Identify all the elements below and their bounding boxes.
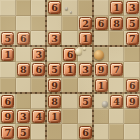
cell-r5c3[interactable]: 6 <box>31 62 47 78</box>
cell-r3c3[interactable] <box>31 31 47 47</box>
cell-r2c1[interactable] <box>0 16 16 32</box>
cell-r3c2[interactable]: 6 <box>16 31 32 47</box>
cell-r5c4[interactable]: 5 <box>47 62 63 78</box>
cell-r9c4[interactable] <box>47 124 63 140</box>
cell-r8c2[interactable]: 3 <box>16 109 32 125</box>
cell-r5c9[interactable] <box>124 62 140 78</box>
number-tile-3-r4c3[interactable]: 3 <box>32 48 45 61</box>
marble-gold-decoration <box>94 50 104 60</box>
number-tile-5-r3c1[interactable]: 5 <box>1 32 14 45</box>
cell-r6c6[interactable] <box>78 78 94 94</box>
cell-r3c9[interactable]: 7 <box>124 31 140 47</box>
number-tile-9-r8c1[interactable]: 9 <box>1 110 14 123</box>
cell-r8c5[interactable] <box>62 109 78 125</box>
cell-r6c4[interactable]: 9 <box>47 78 63 94</box>
number-tile-2-r2c6[interactable]: 2 <box>79 17 92 30</box>
cell-r1c4[interactable]: 6 <box>47 0 63 16</box>
cell-r8c9[interactable] <box>124 109 140 125</box>
cell-r1c8[interactable]: 1 <box>109 0 125 16</box>
number-tile-6-r7c1[interactable]: 6 <box>1 95 14 108</box>
cell-r6c7[interactable]: 1 <box>93 78 109 94</box>
cell-r5c6[interactable]: 3 <box>78 62 94 78</box>
number-tile-8-r5c2[interactable]: 8 <box>17 63 30 76</box>
cell-r2c2[interactable] <box>16 16 32 32</box>
number-tile-6-r3c2[interactable]: 6 <box>17 32 30 45</box>
cell-r5c8[interactable]: 7 <box>109 62 125 78</box>
cell-r9c2[interactable]: 5 <box>16 124 32 140</box>
cell-r2c9[interactable]: 5 <box>124 16 140 32</box>
cell-r3c4[interactable]: 3 <box>47 31 63 47</box>
number-tile-7-r9c1[interactable]: 7 <box>1 126 14 139</box>
number-tile-1-r5c5[interactable]: 1 <box>63 63 76 76</box>
cell-r9c3[interactable] <box>31 124 47 140</box>
cell-r7c4[interactable]: 8 <box>47 93 63 109</box>
cell-r1c6[interactable] <box>78 0 94 16</box>
cell-r5c1[interactable] <box>0 62 16 78</box>
cell-r9c5[interactable] <box>62 124 78 140</box>
number-tile-6-r5c3[interactable]: 6 <box>32 63 45 76</box>
cell-r2c5[interactable] <box>62 16 78 32</box>
cell-r7c8[interactable]: 4 <box>109 93 125 109</box>
cell-r7c1[interactable]: 6 <box>0 93 16 109</box>
number-tile-3-r8c2[interactable]: 3 <box>17 110 30 123</box>
cell-r8c3[interactable]: 4 <box>31 109 47 125</box>
cell-r9c7[interactable] <box>93 124 109 140</box>
cell-r8c6[interactable] <box>78 109 94 125</box>
number-tile-3-r5c6[interactable]: 3 <box>79 63 92 76</box>
cell-r2c8[interactable]: 8 <box>109 16 125 32</box>
number-tile-3-r3c4[interactable]: 3 <box>48 32 61 45</box>
cell-r2c4[interactable] <box>47 16 63 32</box>
number-tile-5-r7c6[interactable]: 5 <box>79 95 92 108</box>
cell-r2c3[interactable] <box>31 16 47 32</box>
cell-r7c6[interactable]: 5 <box>78 93 94 109</box>
cell-r1c7[interactable] <box>93 0 109 16</box>
cell-r6c3[interactable] <box>31 78 47 94</box>
cell-r8c1[interactable]: 9 <box>0 109 16 125</box>
cell-r1c1[interactable] <box>0 0 16 16</box>
pebble-tiny-1-decoration <box>65 7 68 10</box>
cell-r9c8[interactable] <box>109 124 125 140</box>
cell-r2c7[interactable]: 6 <box>93 16 109 32</box>
number-tile-9-r7c9[interactable]: 9 <box>126 95 139 108</box>
cell-r5c7[interactable]: 9 <box>93 62 109 78</box>
number-tile-1-r6c7[interactable]: 1 <box>95 79 108 92</box>
cell-r4c4[interactable] <box>47 47 63 63</box>
cell-r2c6[interactable]: 2 <box>78 16 94 32</box>
cell-r1c9[interactable]: 3 <box>124 0 140 16</box>
cell-r1c2[interactable] <box>16 0 32 16</box>
dot-pale-decoration <box>83 47 86 50</box>
cell-r4c3[interactable]: 3 <box>31 47 47 63</box>
number-tile-8-r7c4[interactable]: 8 <box>48 95 61 108</box>
cell-r5c2[interactable]: 8 <box>16 62 32 78</box>
number-tile-6-r2c7[interactable]: 6 <box>95 17 108 30</box>
cell-r9c1[interactable]: 7 <box>0 124 16 140</box>
number-tile-7-r3c9[interactable]: 7 <box>126 32 139 45</box>
cell-r8c8[interactable] <box>109 109 125 125</box>
number-tile-1-r4c1[interactable]: 1 <box>1 48 14 61</box>
cell-r3c7[interactable] <box>93 31 109 47</box>
cell-r4c9[interactable] <box>124 47 140 63</box>
number-tile-1-r8c4[interactable]: 1 <box>48 110 61 123</box>
cell-r3c5[interactable] <box>62 31 78 47</box>
number-tile-6-r9c6[interactable]: 6 <box>79 126 92 139</box>
cell-r7c3[interactable] <box>31 93 47 109</box>
cell-r9c9[interactable] <box>124 124 140 140</box>
cell-r7c5[interactable] <box>62 93 78 109</box>
cell-r3c6[interactable]: 1 <box>78 31 94 47</box>
number-tile-9-r6c4[interactable]: 9 <box>48 79 61 92</box>
cell-r4c1[interactable]: 1 <box>0 47 16 63</box>
sudoku-grid: 6132685563171368651397916685499341756 <box>0 0 140 140</box>
cell-r5c5[interactable]: 1 <box>62 62 78 78</box>
number-tile-1-r3c6[interactable]: 1 <box>79 32 92 45</box>
number-tile-5-r2c9[interactable]: 5 <box>126 17 139 30</box>
cell-r3c1[interactable]: 5 <box>0 31 16 47</box>
cell-r4c2[interactable] <box>16 47 32 63</box>
cell-r6c9[interactable]: 6 <box>124 78 140 94</box>
number-tile-9-r5c7[interactable]: 9 <box>95 63 108 76</box>
number-tile-6-r6c9[interactable]: 6 <box>126 79 139 92</box>
number-tile-5-r5c4[interactable]: 5 <box>48 63 61 76</box>
number-tile-4-r8c3[interactable]: 4 <box>32 110 45 123</box>
marble-pale-decoration <box>75 48 82 55</box>
cell-r8c4[interactable]: 1 <box>47 109 63 125</box>
cell-r6c1[interactable] <box>0 78 16 94</box>
cell-r7c9[interactable]: 9 <box>124 93 140 109</box>
cell-r6c2[interactable] <box>16 78 32 94</box>
number-tile-7-r5c8[interactable]: 7 <box>110 63 123 76</box>
cell-r8c7[interactable] <box>93 109 109 125</box>
sudoku-board: 6132685563171368651397916685499341756 <box>0 0 140 140</box>
cell-r1c3[interactable] <box>31 0 47 16</box>
number-tile-4-r7c8[interactable]: 4 <box>110 95 123 108</box>
number-tile-8-r2c8[interactable]: 8 <box>110 17 123 30</box>
cell-r6c8[interactable] <box>109 78 125 94</box>
number-tile-1-r1c8[interactable]: 1 <box>110 1 123 14</box>
number-tile-5-r9c2[interactable]: 5 <box>17 126 30 139</box>
cell-r3c8[interactable] <box>109 31 125 47</box>
cell-r6c5[interactable] <box>62 78 78 94</box>
cell-r4c8[interactable] <box>109 47 125 63</box>
pebble-tiny-2-decoration <box>70 11 73 14</box>
number-tile-6-r1c4[interactable]: 6 <box>48 1 61 14</box>
number-tile-3-r1c9[interactable]: 3 <box>126 1 139 14</box>
cell-r7c2[interactable] <box>16 93 32 109</box>
cell-r9c6[interactable]: 6 <box>78 124 94 140</box>
pebble-gray-decoration <box>102 101 108 107</box>
